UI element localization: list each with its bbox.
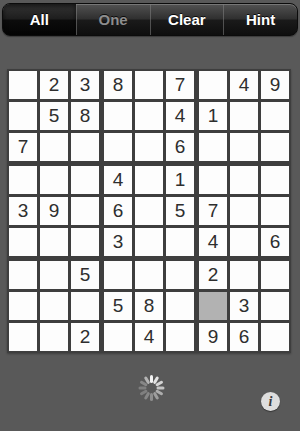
- sudoku-cell-r3c1[interactable]: 7: [9, 133, 37, 161]
- sudoku-cell-r8c6[interactable]: [166, 292, 194, 320]
- sudoku-cell-r7c4[interactable]: [104, 261, 132, 289]
- sudoku-cell-r4c1[interactable]: [9, 166, 37, 194]
- sudoku-cell-r3c2[interactable]: [40, 133, 68, 161]
- sudoku-cell-r7c1[interactable]: [9, 261, 37, 289]
- sudoku-box: 41653: [104, 166, 194, 256]
- sudoku-cell-r7c8[interactable]: [230, 261, 258, 289]
- sudoku-cell-r8c8[interactable]: 3: [230, 292, 258, 320]
- sudoku-cell-r9c5[interactable]: 4: [135, 323, 163, 351]
- sudoku-cell-r1c8[interactable]: 4: [230, 71, 258, 99]
- sudoku-cell-r5c5[interactable]: [135, 197, 163, 225]
- sudoku-cell-r9c1[interactable]: [9, 323, 37, 351]
- sudoku-cell-r6c3[interactable]: [71, 228, 99, 256]
- sudoku-cell-r4c7[interactable]: [199, 166, 227, 194]
- sudoku-cell-r1c2[interactable]: 2: [40, 71, 68, 99]
- clear-button[interactable]: Clear: [150, 4, 224, 35]
- sudoku-cell-r2c2[interactable]: 5: [40, 102, 68, 130]
- sudoku-cell-r7c3[interactable]: 5: [71, 261, 99, 289]
- sudoku-cell-r1c9[interactable]: 9: [261, 71, 289, 99]
- sudoku-grid: 2358787464913941653746525842396: [7, 69, 291, 353]
- sudoku-cell-r7c7[interactable]: 2: [199, 261, 227, 289]
- sudoku-cell-r7c6[interactable]: [166, 261, 194, 289]
- sudoku-cell-r1c7[interactable]: [199, 71, 227, 99]
- spinner-spoke: [150, 393, 153, 401]
- sudoku-cell-r9c2[interactable]: [40, 323, 68, 351]
- sudoku-cell-r8c9[interactable]: [261, 292, 289, 320]
- sudoku-cell-r9c9[interactable]: [261, 323, 289, 351]
- sudoku-cell-r2c8[interactable]: [230, 102, 258, 130]
- sudoku-cell-r5c1[interactable]: 3: [9, 197, 37, 225]
- sudoku-cell-r8c7[interactable]: [199, 292, 227, 320]
- sudoku-cell-r4c8[interactable]: [230, 166, 258, 194]
- sudoku-cell-r8c4[interactable]: 5: [104, 292, 132, 320]
- sudoku-cell-r2c1[interactable]: [9, 102, 37, 130]
- sudoku-cell-r9c7[interactable]: 9: [199, 323, 227, 351]
- sudoku-cell-r8c3[interactable]: [71, 292, 99, 320]
- sudoku-cell-r9c4[interactable]: [104, 323, 132, 351]
- sudoku-cell-r6c6[interactable]: [166, 228, 194, 256]
- all-button[interactable]: All: [3, 4, 76, 35]
- sudoku-cell-r7c9[interactable]: [261, 261, 289, 289]
- sudoku-cell-r9c3[interactable]: 2: [71, 323, 99, 351]
- sudoku-cell-r5c6[interactable]: 5: [166, 197, 194, 225]
- sudoku-cell-r1c6[interactable]: 7: [166, 71, 194, 99]
- sudoku-cell-r4c9[interactable]: [261, 166, 289, 194]
- sudoku-cell-r5c2[interactable]: 9: [40, 197, 68, 225]
- sudoku-cell-r1c3[interactable]: 3: [71, 71, 99, 99]
- segmented-toolbar: All One Clear Hint: [2, 3, 298, 36]
- sudoku-cell-r5c9[interactable]: [261, 197, 289, 225]
- sudoku-cell-r4c2[interactable]: [40, 166, 68, 194]
- sudoku-cell-r2c6[interactable]: 4: [166, 102, 194, 130]
- sudoku-cell-r5c3[interactable]: [71, 197, 99, 225]
- sudoku-cell-r4c6[interactable]: 1: [166, 166, 194, 194]
- sudoku-box: 8746: [104, 71, 194, 161]
- sudoku-box: 491: [199, 71, 289, 161]
- sudoku-cell-r8c2[interactable]: [40, 292, 68, 320]
- sudoku-cell-r6c4[interactable]: 3: [104, 228, 132, 256]
- sudoku-cell-r3c4[interactable]: [104, 133, 132, 161]
- sudoku-cell-r8c1[interactable]: [9, 292, 37, 320]
- sudoku-cell-r6c5[interactable]: [135, 228, 163, 256]
- sudoku-cell-r7c5[interactable]: [135, 261, 163, 289]
- sudoku-cell-r3c8[interactable]: [230, 133, 258, 161]
- sudoku-cell-r6c9[interactable]: 6: [261, 228, 289, 256]
- sudoku-cell-r9c8[interactable]: 6: [230, 323, 258, 351]
- sudoku-box: 746: [199, 166, 289, 256]
- sudoku-cell-r6c2[interactable]: [40, 228, 68, 256]
- sudoku-cell-r2c3[interactable]: 8: [71, 102, 99, 130]
- sudoku-cell-r6c7[interactable]: 4: [199, 228, 227, 256]
- sudoku-cell-r8c5[interactable]: 8: [135, 292, 163, 320]
- sudoku-cell-r3c6[interactable]: 6: [166, 133, 194, 161]
- sudoku-cell-r5c8[interactable]: [230, 197, 258, 225]
- sudoku-cell-r6c1[interactable]: [9, 228, 37, 256]
- sudoku-cell-r1c4[interactable]: 8: [104, 71, 132, 99]
- sudoku-cell-r3c3[interactable]: [71, 133, 99, 161]
- sudoku-box: 39: [9, 166, 99, 256]
- sudoku-cell-r3c9[interactable]: [261, 133, 289, 161]
- spinner-spoke: [138, 387, 146, 390]
- sudoku-box: 23587: [9, 71, 99, 161]
- sudoku-box: 584: [104, 261, 194, 351]
- hint-button[interactable]: Hint: [223, 4, 297, 35]
- sudoku-cell-r3c7[interactable]: [199, 133, 227, 161]
- sudoku-cell-r1c5[interactable]: [135, 71, 163, 99]
- sudoku-cell-r4c3[interactable]: [71, 166, 99, 194]
- sudoku-box: 52: [9, 261, 99, 351]
- sudoku-cell-r2c5[interactable]: [135, 102, 163, 130]
- sudoku-cell-r5c7[interactable]: 7: [199, 197, 227, 225]
- loading-spinner-icon: [136, 373, 166, 403]
- sudoku-box: 2396: [199, 261, 289, 351]
- sudoku-cell-r4c5[interactable]: [135, 166, 163, 194]
- sudoku-cell-r9c6[interactable]: [166, 323, 194, 351]
- sudoku-cell-r5c4[interactable]: 6: [104, 197, 132, 225]
- sudoku-cell-r2c4[interactable]: [104, 102, 132, 130]
- info-icon[interactable]: i: [261, 392, 280, 411]
- one-button[interactable]: One: [76, 4, 150, 35]
- sudoku-cell-r7c2[interactable]: [40, 261, 68, 289]
- sudoku-cell-r6c8[interactable]: [230, 228, 258, 256]
- sudoku-cell-r3c5[interactable]: [135, 133, 163, 161]
- sudoku-cell-r4c4[interactable]: 4: [104, 166, 132, 194]
- sudoku-cell-r2c9[interactable]: [261, 102, 289, 130]
- sudoku-cell-r2c7[interactable]: 1: [199, 102, 227, 130]
- sudoku-cell-r1c1[interactable]: [9, 71, 37, 99]
